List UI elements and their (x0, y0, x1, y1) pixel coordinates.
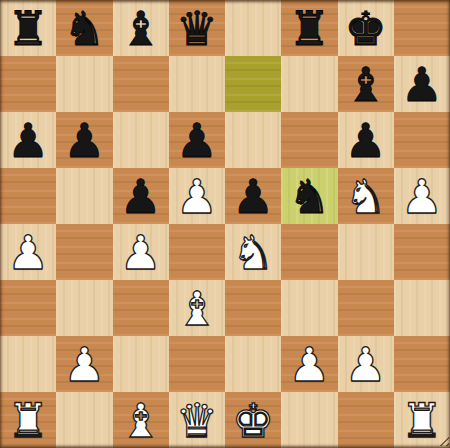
piece-black-knight[interactable]: ♞ (288, 173, 330, 220)
square-g5[interactable]: ♞ (338, 168, 394, 224)
square-g4[interactable] (338, 224, 394, 280)
square-a5[interactable] (0, 168, 56, 224)
piece-white-rook[interactable]: ♜ (401, 397, 443, 444)
square-d2[interactable] (169, 336, 225, 392)
piece-black-knight[interactable]: ♞ (63, 5, 105, 52)
square-h3[interactable] (394, 280, 450, 336)
square-e1[interactable]: ♚ (225, 392, 281, 448)
square-g8[interactable]: ♚ (338, 0, 394, 56)
square-g7[interactable]: ♝ (338, 56, 394, 112)
square-d8[interactable]: ♛ (169, 0, 225, 56)
square-a6[interactable]: ♟ (0, 112, 56, 168)
square-a2[interactable] (0, 336, 56, 392)
square-d6[interactable]: ♟ (169, 112, 225, 168)
square-f8[interactable]: ♜ (281, 0, 337, 56)
square-h4[interactable] (394, 224, 450, 280)
piece-white-rook[interactable]: ♜ (7, 397, 49, 444)
square-b7[interactable] (56, 56, 112, 112)
square-d5[interactable]: ♟ (169, 168, 225, 224)
piece-black-pawn[interactable]: ♟ (63, 117, 105, 164)
square-f1[interactable] (281, 392, 337, 448)
square-g3[interactable] (338, 280, 394, 336)
piece-white-queen[interactable]: ♛ (176, 397, 218, 444)
square-f4[interactable] (281, 224, 337, 280)
square-h2[interactable] (394, 336, 450, 392)
piece-white-pawn[interactable]: ♟ (176, 173, 218, 220)
square-f2[interactable]: ♟ (281, 336, 337, 392)
square-b3[interactable] (56, 280, 112, 336)
piece-white-knight[interactable]: ♞ (345, 173, 387, 220)
square-c6[interactable] (113, 112, 169, 168)
square-b4[interactable] (56, 224, 112, 280)
piece-black-queen[interactable]: ♛ (176, 5, 218, 52)
square-c8[interactable]: ♝ (113, 0, 169, 56)
square-g6[interactable]: ♟ (338, 112, 394, 168)
square-a8[interactable]: ♜ (0, 0, 56, 56)
piece-black-pawn[interactable]: ♟ (176, 117, 218, 164)
square-e6[interactable] (225, 112, 281, 168)
square-b6[interactable]: ♟ (56, 112, 112, 168)
square-h5[interactable]: ♟ (394, 168, 450, 224)
square-a4[interactable]: ♟ (0, 224, 56, 280)
piece-black-pawn[interactable]: ♟ (232, 173, 274, 220)
square-h1[interactable]: ♜ (394, 392, 450, 448)
piece-white-king[interactable]: ♚ (232, 397, 274, 444)
square-b2[interactable]: ♟ (56, 336, 112, 392)
piece-black-pawn[interactable]: ♟ (7, 117, 49, 164)
square-f3[interactable] (281, 280, 337, 336)
piece-black-pawn[interactable]: ♟ (401, 61, 443, 108)
piece-white-pawn[interactable]: ♟ (7, 229, 49, 276)
square-c4[interactable]: ♟ (113, 224, 169, 280)
square-c3[interactable] (113, 280, 169, 336)
square-e3[interactable] (225, 280, 281, 336)
square-e7[interactable] (225, 56, 281, 112)
chess-board: ♜♞♝♛♜♚♝♟♟♟♟♟♟♟♟♞♞♟♟♟♞♝♟♟♟♜♝♛♚♜ (0, 0, 450, 448)
square-b1[interactable] (56, 392, 112, 448)
piece-white-bishop[interactable]: ♝ (176, 285, 218, 332)
square-g2[interactable]: ♟ (338, 336, 394, 392)
square-c1[interactable]: ♝ (113, 392, 169, 448)
piece-white-bishop[interactable]: ♝ (120, 397, 162, 444)
piece-white-pawn[interactable]: ♟ (288, 341, 330, 388)
piece-white-pawn[interactable]: ♟ (120, 229, 162, 276)
square-f5[interactable]: ♞ (281, 168, 337, 224)
piece-black-king[interactable]: ♚ (345, 5, 387, 52)
square-e8[interactable] (225, 0, 281, 56)
piece-white-knight[interactable]: ♞ (232, 229, 274, 276)
piece-black-bishop[interactable]: ♝ (120, 5, 162, 52)
square-d7[interactable] (169, 56, 225, 112)
square-d3[interactable]: ♝ (169, 280, 225, 336)
piece-white-pawn[interactable]: ♟ (401, 173, 443, 220)
square-e5[interactable]: ♟ (225, 168, 281, 224)
square-e2[interactable] (225, 336, 281, 392)
square-h8[interactable] (394, 0, 450, 56)
square-h7[interactable]: ♟ (394, 56, 450, 112)
square-h6[interactable] (394, 112, 450, 168)
square-a1[interactable]: ♜ (0, 392, 56, 448)
piece-white-pawn[interactable]: ♟ (345, 341, 387, 388)
square-d1[interactable]: ♛ (169, 392, 225, 448)
piece-black-rook[interactable]: ♜ (7, 5, 49, 52)
square-c5[interactable]: ♟ (113, 168, 169, 224)
piece-black-rook[interactable]: ♜ (288, 5, 330, 52)
square-c7[interactable] (113, 56, 169, 112)
square-b5[interactable] (56, 168, 112, 224)
piece-white-pawn[interactable]: ♟ (63, 341, 105, 388)
square-c2[interactable] (113, 336, 169, 392)
square-f6[interactable] (281, 112, 337, 168)
piece-black-pawn[interactable]: ♟ (120, 173, 162, 220)
square-b8[interactable]: ♞ (56, 0, 112, 56)
piece-black-pawn[interactable]: ♟ (345, 117, 387, 164)
square-a7[interactable] (0, 56, 56, 112)
square-g1[interactable] (338, 392, 394, 448)
square-f7[interactable] (281, 56, 337, 112)
square-d4[interactable] (169, 224, 225, 280)
piece-black-bishop[interactable]: ♝ (345, 61, 387, 108)
square-a3[interactable] (0, 280, 56, 336)
square-e4[interactable]: ♞ (225, 224, 281, 280)
